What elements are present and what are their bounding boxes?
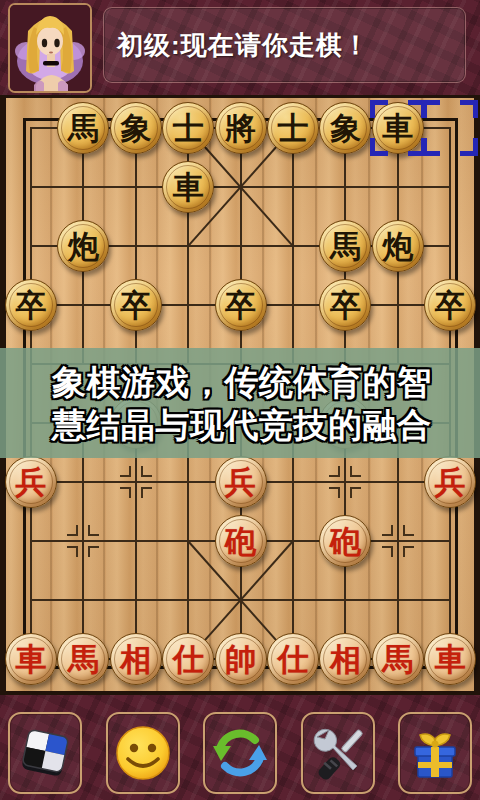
piece-仕[interactable]: 仕 — [267, 633, 319, 685]
gift-button[interactable] — [398, 712, 472, 794]
piece-車[interactable]: 車 — [162, 161, 214, 213]
piece-卒[interactable]: 卒 — [215, 279, 267, 331]
piece-兵[interactable]: 兵 — [5, 456, 57, 508]
point-marker — [67, 525, 99, 557]
piece-仕[interactable]: 仕 — [162, 633, 214, 685]
piece-卒[interactable]: 卒 — [319, 279, 371, 331]
piece-馬[interactable]: 馬 — [57, 633, 109, 685]
refresh-arrows-icon — [211, 724, 269, 782]
last-move-marker — [370, 100, 426, 156]
piece-卒[interactable]: 卒 — [424, 279, 476, 331]
piece-卒[interactable]: 卒 — [110, 279, 162, 331]
bottom-toolbar — [0, 695, 480, 800]
piece-象[interactable]: 象 — [319, 102, 371, 154]
point-marker — [329, 466, 361, 498]
tools-icon — [309, 724, 367, 782]
piece-馬[interactable]: 馬 — [57, 102, 109, 154]
board-edge-top — [0, 95, 480, 98]
piece-兵[interactable]: 兵 — [424, 456, 476, 508]
piece-相[interactable]: 相 — [110, 633, 162, 685]
xiangqi-app: { "game": "xiangqi (Chinese Chess)", "po… — [0, 0, 480, 800]
promo-text-overlay: 象棋游戏，传统体育的智 慧结晶与现代竞技的融合 — [0, 348, 480, 458]
anime-girl-avatar-image — [10, 5, 90, 91]
piece-砲[interactable]: 砲 — [319, 515, 371, 567]
piece-士[interactable]: 士 — [162, 102, 214, 154]
piece-炮[interactable]: 炮 — [372, 220, 424, 272]
point-marker — [382, 525, 414, 557]
gift-box-icon — [406, 724, 464, 782]
emote-button[interactable] — [106, 712, 180, 794]
board-theme-button[interactable] — [8, 712, 82, 794]
piece-士[interactable]: 士 — [267, 102, 319, 154]
piece-車[interactable]: 車 — [424, 633, 476, 685]
top-status-bar: 初级:现在请你走棋！ — [0, 0, 480, 95]
smiley-icon — [113, 723, 173, 783]
status-message-bubble: 初级:现在请你走棋！ — [103, 7, 466, 83]
piece-馬[interactable]: 馬 — [319, 220, 371, 272]
avatar — [8, 3, 92, 93]
piece-砲[interactable]: 砲 — [215, 515, 267, 567]
piece-將[interactable]: 將 — [215, 102, 267, 154]
piece-帥[interactable]: 帥 — [215, 633, 267, 685]
piece-馬[interactable]: 馬 — [372, 633, 424, 685]
restart-button[interactable] — [203, 712, 277, 794]
last-move-marker — [422, 100, 478, 156]
point-marker — [120, 466, 152, 498]
piece-相[interactable]: 相 — [319, 633, 371, 685]
piece-炮[interactable]: 炮 — [57, 220, 109, 272]
piece-兵[interactable]: 兵 — [215, 456, 267, 508]
piece-卒[interactable]: 卒 — [5, 279, 57, 331]
piece-象[interactable]: 象 — [110, 102, 162, 154]
promo-line-2: 慧结晶与现代竞技的融合 — [52, 404, 480, 447]
status-message: 初级:现在请你走棋！ — [117, 28, 370, 63]
settings-button[interactable] — [301, 712, 375, 794]
promo-line-1: 象棋游戏，传统体育的智 — [52, 361, 480, 404]
piece-車[interactable]: 車 — [5, 633, 57, 685]
checkered-tile-icon — [16, 724, 74, 782]
